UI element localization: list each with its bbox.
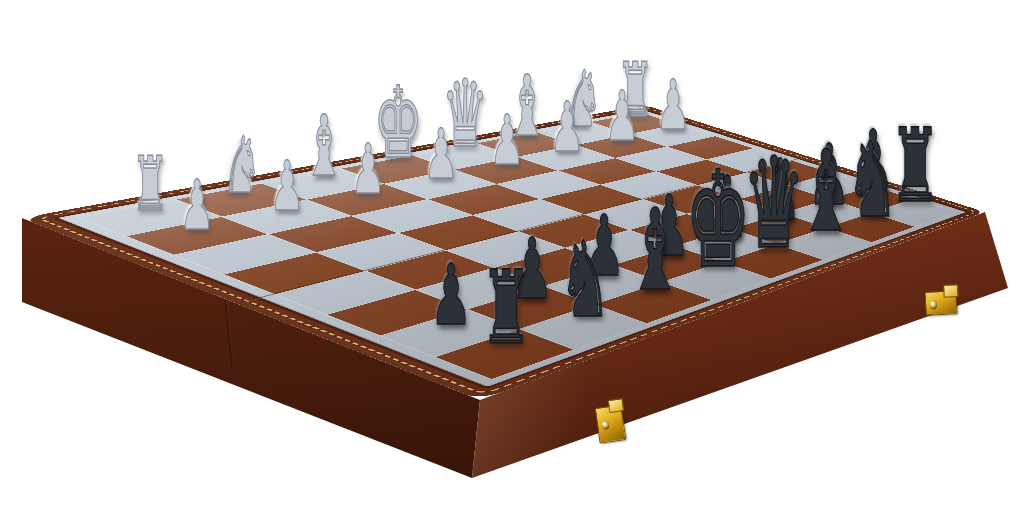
brass-latch-front	[595, 404, 627, 443]
brass-latch-right-keyhole	[930, 301, 937, 310]
brass-latch-right-flap	[943, 284, 959, 298]
brass-latch-front-flap	[608, 398, 625, 413]
brass-latch-front-keyhole	[602, 420, 610, 430]
scene: ♜♞♝♚♛♝♞♜♟♟♟♟♟♟♟♟♟♟♟♟♟♟♟♟♜♞♝♚♛♝♞♜	[0, 0, 1011, 505]
brass-latch-right	[924, 290, 957, 316]
